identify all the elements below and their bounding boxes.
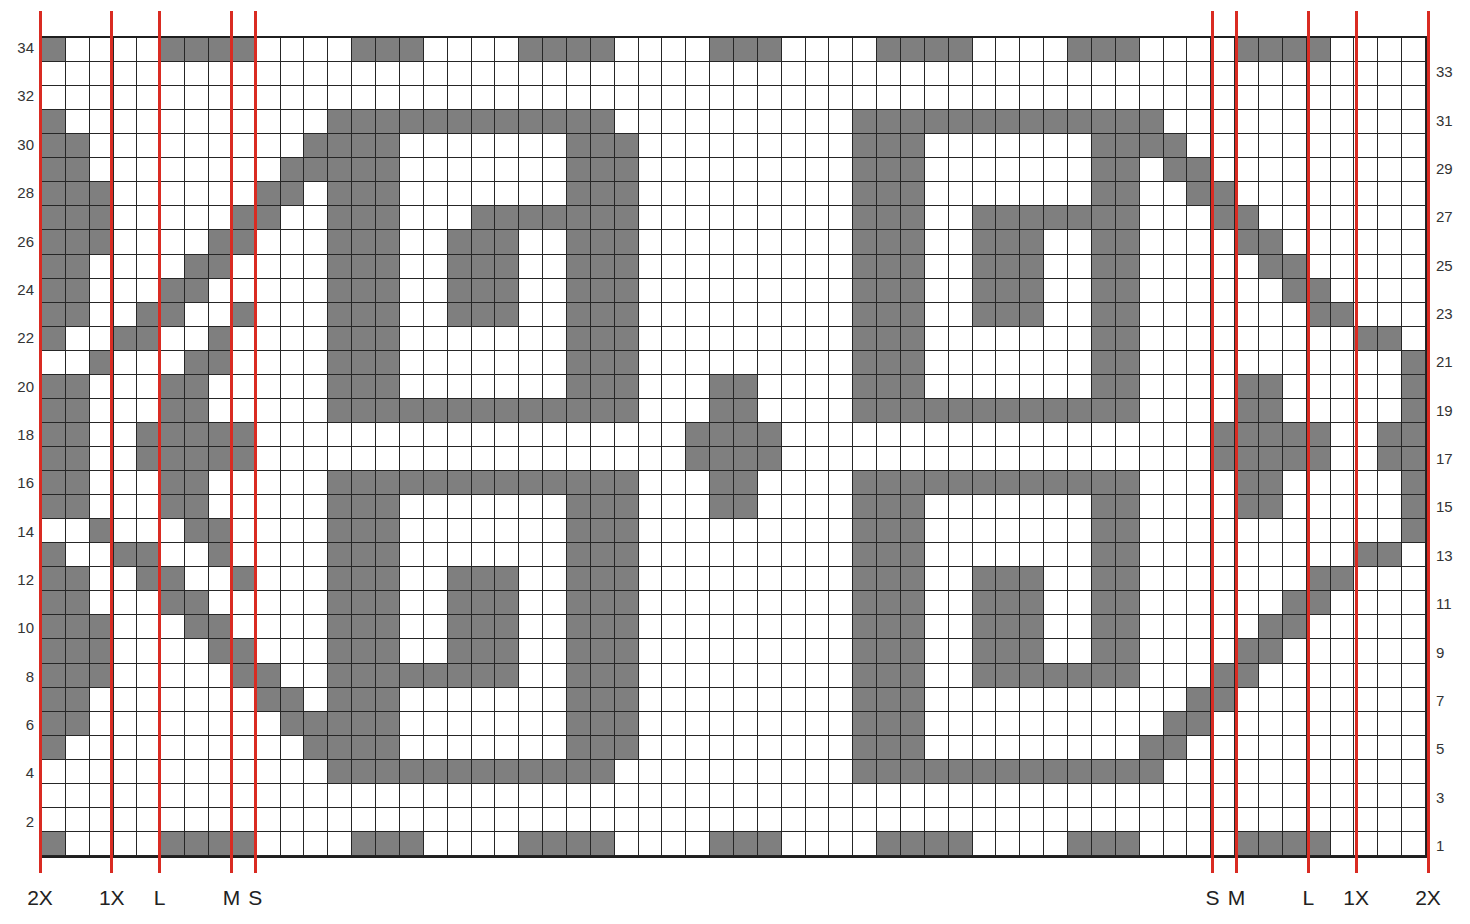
stitch-cell-gray [1283, 423, 1307, 447]
stitch-cell-white [519, 736, 543, 760]
stitch-cell-white [519, 543, 543, 567]
stitch-cell-white [1354, 615, 1378, 639]
stitch-cell-white [1331, 495, 1355, 519]
stitch-cell-white [829, 230, 853, 254]
stitch-cell-white [829, 327, 853, 351]
stitch-cell-gray [1020, 591, 1044, 615]
stitch-cell-white [114, 615, 138, 639]
stitch-cell-white [1187, 399, 1211, 423]
stitch-cell-gray [376, 158, 400, 182]
stitch-cell-white [1283, 471, 1307, 495]
stitch-cell-white [1235, 110, 1259, 134]
stitch-cell-gray [925, 471, 949, 495]
stitch-cell-gray [567, 158, 591, 182]
stitch-cell-white [400, 808, 424, 832]
stitch-cell-white [1164, 38, 1188, 62]
stitch-cell-white [543, 86, 567, 110]
stitch-cell-white [1354, 760, 1378, 784]
stitch-cell-gray [853, 543, 877, 567]
stitch-cell-gray [376, 327, 400, 351]
stitch-cell-white [1283, 712, 1307, 736]
stitch-cell-gray [352, 471, 376, 495]
stitch-cell-white [639, 279, 663, 303]
stitch-cell-white [495, 182, 519, 206]
stitch-cell-white [1211, 519, 1235, 543]
stitch-cell-white [1116, 712, 1140, 736]
stitch-cell-white [949, 62, 973, 86]
stitch-cell-white [829, 423, 853, 447]
stitch-cell-white [161, 736, 185, 760]
stitch-cell-gray [1164, 158, 1188, 182]
stitch-cell-white [1187, 639, 1211, 663]
row-number-left-2: 2 [6, 810, 34, 834]
stitch-cell-gray [352, 375, 376, 399]
stitch-cell-gray [1402, 351, 1426, 375]
stitch-cell-white [710, 688, 734, 712]
stitch-cell-gray [734, 399, 758, 423]
stitch-cell-white [1283, 808, 1307, 832]
stitch-cell-white [734, 760, 758, 784]
stitch-cell-gray [853, 110, 877, 134]
stitch-cell-white [1235, 543, 1259, 567]
stitch-cell-gray [853, 639, 877, 663]
stitch-cell-gray [925, 110, 949, 134]
stitch-cell-white [1140, 712, 1164, 736]
stitch-cell-white [1331, 399, 1355, 423]
stitch-cell-gray [615, 519, 639, 543]
stitch-cell-white [1378, 110, 1402, 134]
stitch-cell-white [257, 639, 281, 663]
stitch-cell-white [1092, 712, 1116, 736]
stitch-cell-white [1211, 375, 1235, 399]
stitch-cell-white [710, 664, 734, 688]
stitch-cell-white [996, 688, 1020, 712]
stitch-cell-gray [376, 303, 400, 327]
stitch-cell-white [1331, 615, 1355, 639]
stitch-cell-white [662, 495, 686, 519]
stitch-cell-gray [42, 158, 66, 182]
stitch-cell-white [114, 760, 138, 784]
stitch-cell-white [853, 784, 877, 808]
stitch-cell-white [495, 327, 519, 351]
stitch-cell-white [1116, 86, 1140, 110]
stitch-cell-white [1235, 615, 1259, 639]
stitch-cell-gray [710, 423, 734, 447]
stitch-cell-white [686, 134, 710, 158]
stitch-cell-gray [567, 543, 591, 567]
stitch-cell-white [495, 495, 519, 519]
stitch-cell-white [1164, 784, 1188, 808]
stitch-cell-white [519, 784, 543, 808]
stitch-cell-gray [734, 38, 758, 62]
stitch-cell-white [1307, 255, 1331, 279]
stitch-cell-gray [1092, 519, 1116, 543]
stitch-cell-white [806, 519, 830, 543]
stitch-cell-white [161, 134, 185, 158]
stitch-cell-white [925, 158, 949, 182]
stitch-cell-gray [973, 471, 997, 495]
stitch-cell-gray [1164, 736, 1188, 760]
stitch-cell-gray [901, 591, 925, 615]
row-number-left-26: 26 [6, 230, 34, 254]
stitch-cell-gray [1283, 615, 1307, 639]
stitch-cell-gray [1402, 423, 1426, 447]
stitch-cell-white [829, 591, 853, 615]
stitch-cell-gray [567, 351, 591, 375]
row-number-right-9: 9 [1436, 641, 1466, 665]
stitch-cell-gray [1235, 495, 1259, 519]
stitch-cell-gray [591, 712, 615, 736]
stitch-cell-white [806, 639, 830, 663]
stitch-cell-white [1354, 158, 1378, 182]
stitch-cell-white [1140, 423, 1164, 447]
stitch-cell-white [949, 327, 973, 351]
stitch-cell-white [1044, 351, 1068, 375]
stitch-cell-white [161, 519, 185, 543]
stitch-cell-gray [996, 664, 1020, 688]
stitch-cell-gray [1092, 639, 1116, 663]
stitch-cell-gray [281, 182, 305, 206]
stitch-cell-white [161, 230, 185, 254]
stitch-cell-white [806, 134, 830, 158]
stitch-cell-white [257, 808, 281, 832]
stitch-cell-white [281, 423, 305, 447]
stitch-cell-gray [185, 423, 209, 447]
stitch-cell-white [758, 471, 782, 495]
stitch-cell-white [782, 327, 806, 351]
stitch-cell-gray [42, 423, 66, 447]
stitch-cell-gray [1378, 543, 1402, 567]
stitch-cell-gray [1116, 158, 1140, 182]
stitch-cell-gray [66, 591, 90, 615]
stitch-cell-white [304, 182, 328, 206]
stitch-cell-gray [567, 375, 591, 399]
stitch-cell-gray [615, 712, 639, 736]
stitch-cell-white [639, 303, 663, 327]
stitch-cell-white [352, 447, 376, 471]
stitch-cell-white [591, 423, 615, 447]
stitch-cell-gray [877, 567, 901, 591]
stitch-cell-gray [328, 543, 352, 567]
stitch-cell-gray [328, 375, 352, 399]
stitch-cell-gray [376, 760, 400, 784]
stitch-cell-white [662, 471, 686, 495]
stitch-cell-gray [281, 158, 305, 182]
stitch-cell-white [1211, 591, 1235, 615]
stitch-cell-white [281, 134, 305, 158]
stitch-cell-white [1259, 206, 1283, 230]
stitch-cell-white [1331, 591, 1355, 615]
stitch-cell-white [1307, 399, 1331, 423]
stitch-cell-white [829, 351, 853, 375]
stitch-cell-white [1187, 471, 1211, 495]
stitch-cell-white [686, 543, 710, 567]
stitch-cell-white [1187, 736, 1211, 760]
stitch-cell-gray [973, 664, 997, 688]
stitch-cell-gray [567, 664, 591, 688]
stitch-cell-white [1164, 206, 1188, 230]
stitch-cell-white [1116, 784, 1140, 808]
stitch-cell-gray [877, 182, 901, 206]
stitch-cell-white [281, 567, 305, 591]
stitch-cell-white [806, 351, 830, 375]
stitch-cell-white [448, 495, 472, 519]
stitch-cell-white [424, 255, 448, 279]
stitch-cell-white [973, 134, 997, 158]
stitch-cell-white [639, 158, 663, 182]
stitch-cell-white [829, 110, 853, 134]
stitch-cell-white [1283, 567, 1307, 591]
stitch-cell-white [1044, 832, 1068, 856]
stitch-cell-gray [1259, 832, 1283, 856]
stitch-cell-white [472, 158, 496, 182]
stitch-cell-white [639, 832, 663, 856]
stitch-cell-white [1211, 543, 1235, 567]
stitch-cell-white [639, 519, 663, 543]
stitch-cell-white [472, 519, 496, 543]
stitch-cell-white [1140, 279, 1164, 303]
stitch-cell-gray [328, 471, 352, 495]
stitch-cell-white [829, 447, 853, 471]
stitch-cell-white [304, 375, 328, 399]
stitch-cell-gray [42, 110, 66, 134]
stitch-cell-gray [567, 230, 591, 254]
stitch-cell-white [1044, 182, 1068, 206]
stitch-cell-white [734, 543, 758, 567]
stitch-cell-white [1140, 808, 1164, 832]
stitch-cell-white [304, 423, 328, 447]
stitch-cell-white [1259, 784, 1283, 808]
stitch-cell-white [973, 832, 997, 856]
stitch-cell-white [281, 664, 305, 688]
stitch-cell-white [281, 784, 305, 808]
stitch-cell-gray [352, 543, 376, 567]
stitch-cell-gray [996, 110, 1020, 134]
stitch-cell-white [758, 688, 782, 712]
stitch-cell-gray [1402, 399, 1426, 423]
stitch-cell-white [1259, 543, 1283, 567]
stitch-cell-white [281, 519, 305, 543]
stitch-cell-white [686, 639, 710, 663]
stitch-cell-gray [973, 760, 997, 784]
stitch-cell-white [1211, 86, 1235, 110]
stitch-cell-gray [710, 495, 734, 519]
stitch-cell-white [42, 86, 66, 110]
stitch-cell-white [639, 784, 663, 808]
stitch-cell-white [853, 808, 877, 832]
stitch-cell-white [615, 62, 639, 86]
stitch-cell-white [161, 688, 185, 712]
stitch-cell-white [1402, 760, 1426, 784]
stitch-cell-gray [853, 399, 877, 423]
stitch-cell-white [901, 62, 925, 86]
stitch-cell-white [1235, 567, 1259, 591]
stitch-cell-white [519, 519, 543, 543]
stitch-cell-white [1354, 471, 1378, 495]
stitch-cell-white [829, 38, 853, 62]
stitch-cell-white [782, 423, 806, 447]
stitch-cell-gray [591, 255, 615, 279]
stitch-cell-white [281, 86, 305, 110]
stitch-cell-gray [66, 639, 90, 663]
stitch-cell-white [662, 182, 686, 206]
stitch-cell-white [1044, 255, 1068, 279]
stitch-cell-gray [925, 38, 949, 62]
stitch-cell-white [424, 639, 448, 663]
stitch-cell-white [973, 688, 997, 712]
stitch-cell-gray [877, 38, 901, 62]
stitch-cell-gray [615, 279, 639, 303]
stitch-cell-white [1164, 447, 1188, 471]
stitch-cell-white [1187, 784, 1211, 808]
stitch-cell-white [686, 279, 710, 303]
stitch-cell-white [734, 255, 758, 279]
stitch-cell-white [1020, 495, 1044, 519]
stitch-cell-gray [591, 495, 615, 519]
stitch-cell-gray [495, 303, 519, 327]
stitch-cell-gray [495, 567, 519, 591]
stitch-cell-white [543, 664, 567, 688]
stitch-cell-white [1402, 327, 1426, 351]
row-number-left-28: 28 [6, 181, 34, 205]
stitch-cell-white [996, 38, 1020, 62]
stitch-cell-white [710, 158, 734, 182]
stitch-cell-white [949, 375, 973, 399]
stitch-cell-white [949, 664, 973, 688]
stitch-cell-gray [615, 303, 639, 327]
stitch-cell-gray [901, 327, 925, 351]
stitch-cell-white [662, 38, 686, 62]
stitch-cell-gray [1116, 639, 1140, 663]
stitch-cell-white [448, 38, 472, 62]
stitch-cell-white [304, 230, 328, 254]
stitch-cell-white [686, 206, 710, 230]
stitch-cell-gray [1140, 760, 1164, 784]
stitch-cell-white [662, 519, 686, 543]
stitch-cell-white [686, 688, 710, 712]
stitch-cell-white [877, 447, 901, 471]
stitch-cell-white [281, 327, 305, 351]
stitch-cell-white [686, 86, 710, 110]
stitch-cell-white [281, 495, 305, 519]
stitch-cell-white [1187, 351, 1211, 375]
stitch-cell-white [1211, 760, 1235, 784]
stitch-cell-white [639, 808, 663, 832]
stitch-cell-gray [1235, 206, 1259, 230]
row-number-left-8: 8 [6, 665, 34, 689]
stitch-cell-white [1164, 688, 1188, 712]
stitch-cell-white [829, 784, 853, 808]
stitch-cell-white [1020, 808, 1044, 832]
stitch-cell-white [424, 327, 448, 351]
stitch-cell-white [161, 639, 185, 663]
stitch-cell-white [1116, 423, 1140, 447]
stitch-cell-white [686, 471, 710, 495]
stitch-cell-gray [1307, 38, 1331, 62]
stitch-cell-white [1354, 567, 1378, 591]
stitch-cell-white [400, 495, 424, 519]
stitch-cell-white [519, 639, 543, 663]
size-label-2x: 2X [1404, 886, 1452, 910]
stitch-cell-white [257, 567, 281, 591]
stitch-cell-white [615, 110, 639, 134]
stitch-cell-white [758, 784, 782, 808]
stitch-cell-white [734, 615, 758, 639]
stitch-cell-gray [949, 399, 973, 423]
stitch-cell-gray [901, 567, 925, 591]
stitch-cell-white [853, 832, 877, 856]
stitch-cell-white [1331, 543, 1355, 567]
stitch-cell-gray [376, 471, 400, 495]
stitch-cell-white [829, 664, 853, 688]
stitch-cell-white [877, 62, 901, 86]
stitch-cell-white [1235, 134, 1259, 158]
stitch-cell-gray [66, 399, 90, 423]
stitch-cell-white [1307, 86, 1331, 110]
stitch-cell-white [782, 62, 806, 86]
stitch-cell-white [829, 495, 853, 519]
stitch-cell-gray [1354, 327, 1378, 351]
stitch-cell-white [543, 591, 567, 615]
stitch-cell-white [1402, 543, 1426, 567]
stitch-cell-gray [42, 712, 66, 736]
stitch-cell-white [495, 543, 519, 567]
stitch-cell-gray [1259, 38, 1283, 62]
stitch-cell-white [1283, 182, 1307, 206]
stitch-cell-white [1259, 62, 1283, 86]
stitch-cell-white [639, 110, 663, 134]
stitch-cell-white [758, 62, 782, 86]
stitch-cell-gray [901, 279, 925, 303]
stitch-cell-white [758, 543, 782, 567]
stitch-cell-white [304, 519, 328, 543]
stitch-cell-white [973, 86, 997, 110]
stitch-cell-gray [1402, 471, 1426, 495]
stitch-cell-gray [710, 447, 734, 471]
stitch-cell-white [472, 38, 496, 62]
stitch-cell-gray [161, 447, 185, 471]
stitch-cell-white [758, 495, 782, 519]
stitch-cell-white [281, 760, 305, 784]
stitch-cell-gray [1259, 255, 1283, 279]
stitch-cell-white [782, 279, 806, 303]
stitch-cell-white [734, 327, 758, 351]
stitch-cell-white [114, 712, 138, 736]
stitch-cell-white [400, 351, 424, 375]
stitch-cell-white [185, 134, 209, 158]
stitch-cell-gray [1020, 664, 1044, 688]
stitch-cell-white [662, 808, 686, 832]
stitch-cell-gray [1354, 543, 1378, 567]
stitch-cell-white [829, 471, 853, 495]
stitch-cell-gray [1235, 471, 1259, 495]
size-label-l: L [1284, 886, 1332, 910]
stitch-cell-white [853, 62, 877, 86]
stitch-cell-gray [901, 712, 925, 736]
stitch-cell-gray [1235, 38, 1259, 62]
stitch-cell-white [1068, 62, 1092, 86]
stitch-cell-white [42, 62, 66, 86]
stitch-cell-white [1020, 38, 1044, 62]
stitch-cell-white [782, 495, 806, 519]
stitch-cell-white [925, 519, 949, 543]
stitch-cell-gray [281, 712, 305, 736]
stitch-cell-white [734, 639, 758, 663]
stitch-cell-white [1092, 784, 1116, 808]
stitch-cell-white [281, 230, 305, 254]
stitch-cell-white [472, 712, 496, 736]
stitch-cell-white [1354, 303, 1378, 327]
